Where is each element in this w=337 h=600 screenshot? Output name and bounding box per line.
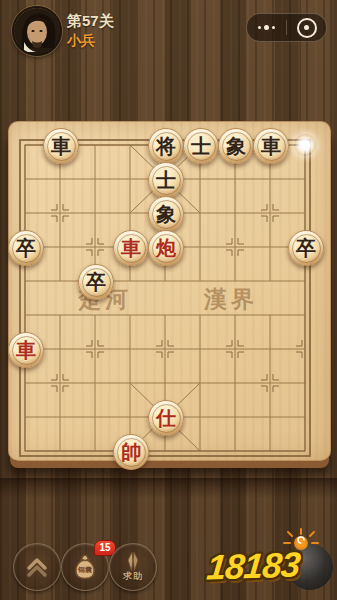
piece-char: 車 <box>261 129 281 163</box>
piece-red-車[interactable]: 車 <box>113 230 149 266</box>
bag-label: 锦囊 <box>77 566 92 574</box>
piece-black-卒[interactable]: 卒 <box>8 230 44 266</box>
piece-black-象[interactable]: 象 <box>148 196 184 232</box>
piece-char: 車 <box>51 129 71 163</box>
piece-char: 仕 <box>156 401 176 435</box>
piece-char: 卒 <box>86 265 106 299</box>
level-title: 第57关 <box>67 12 114 31</box>
chevron-up-icon <box>24 555 50 579</box>
board-shadow <box>0 478 337 498</box>
wechat-capsule <box>246 13 327 42</box>
piece-red-帥[interactable]: 帥 <box>113 434 149 470</box>
sun-doodle-icon <box>281 528 321 554</box>
site-watermark: 18183 <box>205 532 335 592</box>
river-label-right: 漢界 <box>203 287 258 312</box>
more-button[interactable] <box>247 14 286 41</box>
piece-char: 象 <box>156 197 176 231</box>
piece-red-車[interactable]: 車 <box>8 332 44 368</box>
piece-char: 帥 <box>121 435 141 469</box>
collapse-menu-button[interactable] <box>13 543 61 591</box>
piece-char: 車 <box>121 231 141 265</box>
piece-char: 士 <box>191 129 211 163</box>
piece-black-士[interactable]: 士 <box>183 128 219 164</box>
avatar-face-icon <box>14 8 60 54</box>
piece-char: 卒 <box>296 231 316 265</box>
app-screen: 第57关 小兵 楚河 漢界 車将士象車士象卒車炮卒卒車仕帥 锦囊 15 <box>0 0 337 600</box>
highlight-marker-icon <box>294 134 316 156</box>
piece-black-士[interactable]: 士 <box>148 162 184 198</box>
piece-black-車[interactable]: 車 <box>43 128 79 164</box>
piece-red-仕[interactable]: 仕 <box>148 400 184 436</box>
piece-char: 将 <box>156 129 176 163</box>
exit-target-icon <box>297 18 317 38</box>
piece-black-卒[interactable]: 卒 <box>78 264 114 300</box>
piece-char: 士 <box>156 163 176 197</box>
player-avatar[interactable] <box>12 6 62 56</box>
help-label: 求助 <box>123 570 143 583</box>
ask-help-button[interactable]: 求助 <box>109 543 157 591</box>
piece-black-将[interactable]: 将 <box>148 128 184 164</box>
piece-char: 車 <box>16 333 36 367</box>
piece-char: 象 <box>226 129 246 163</box>
piece-char: 卒 <box>16 231 36 265</box>
exit-button[interactable] <box>287 14 326 41</box>
piece-char: 炮 <box>156 231 176 265</box>
piece-black-卒[interactable]: 卒 <box>288 230 324 266</box>
hint-bag-button[interactable]: 锦囊 15 <box>61 543 109 591</box>
piece-black-象[interactable]: 象 <box>218 128 254 164</box>
piece-red-炮[interactable]: 炮 <box>148 230 184 266</box>
stage-name: 小兵 <box>67 32 95 50</box>
more-dots-icon <box>258 25 275 30</box>
piece-black-車[interactable]: 車 <box>253 128 289 164</box>
